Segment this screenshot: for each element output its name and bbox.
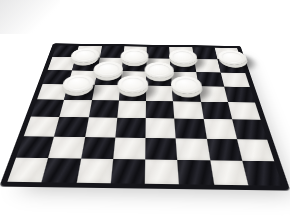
white-checker-piece-b2: [69, 48, 100, 63]
board-square-b7: [48, 136, 84, 158]
checkers-board: [0, 43, 290, 190]
board-square-b8: [42, 158, 81, 183]
board-square-g5: [200, 102, 231, 120]
board-square-h8: [242, 161, 282, 186]
board-square-a6: [24, 117, 60, 137]
board-square-d2: [122, 58, 147, 71]
board-square-b5: [60, 100, 92, 118]
product-photo: [0, 0, 290, 218]
board-square-f7: [176, 138, 210, 160]
white-checker-piece-d4: [116, 75, 148, 93]
board-square-d8: [110, 159, 145, 184]
board-square-d4: [119, 85, 146, 101]
board-square-e4: [146, 85, 173, 101]
board-square-e7: [145, 138, 177, 160]
board-square-c5: [88, 100, 118, 118]
board-square-c8: [76, 158, 113, 183]
white-checker-piece-e3: [145, 62, 175, 78]
board-square-g2: [194, 59, 221, 72]
board-square-e3: [146, 71, 172, 85]
board-square-g7: [206, 138, 242, 160]
board-square-d6: [115, 118, 146, 138]
board-square-c4: [92, 85, 121, 101]
board-square-h6: [232, 119, 267, 139]
board-square-e6: [145, 118, 175, 138]
board-square-f4: [172, 86, 200, 102]
board-square-h2: [217, 59, 245, 72]
board-square-f8: [177, 160, 213, 185]
board-square-b6: [54, 117, 88, 137]
board-square-f2: [170, 59, 196, 72]
board-square-f5: [173, 101, 203, 119]
board-square-e8: [145, 159, 179, 184]
board-square-h5: [228, 102, 261, 120]
board-square-h3: [220, 72, 249, 87]
white-checker-piece-h2: [217, 50, 249, 65]
board-square-d5: [117, 101, 146, 119]
white-checker-piece-d2: [120, 49, 149, 64]
board-square-f6: [174, 119, 206, 139]
board-square-h7: [237, 139, 275, 161]
board-square-g4: [198, 86, 228, 102]
board-square-e1: [147, 47, 171, 59]
board-square-e5: [146, 101, 175, 119]
board-square-h4: [224, 86, 255, 102]
board-square-b4: [64, 84, 94, 100]
photo-corner-shading: [0, 0, 60, 34]
board-square-c6: [85, 117, 117, 137]
board-square-d7: [113, 137, 146, 159]
board-square-c7: [81, 137, 115, 159]
white-checker-piece-c3: [92, 61, 124, 77]
